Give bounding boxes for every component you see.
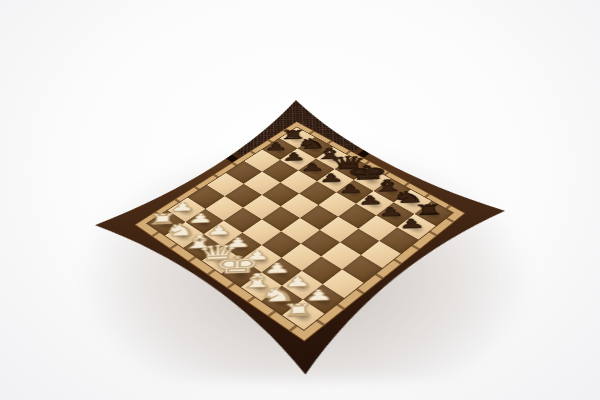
white-rook: ♜: [282, 301, 315, 319]
product-photo: ♜♞♝♛♚♝♞♜♟♟♟♟♟♟♟♟♟♟♟♟♟♟♟♟♜♞♝♛♚♝♞♜: [0, 0, 600, 400]
black-rook: ♜: [412, 202, 444, 217]
black-pawn: ♟: [397, 217, 425, 231]
